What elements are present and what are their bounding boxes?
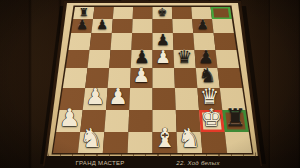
- piece-black-rook-h2[interactable]: ♜: [224, 106, 246, 130]
- piece-black-rook-a8[interactable]: ♜: [79, 7, 89, 18]
- piece-white-pawn-d4[interactable]: ♟: [133, 66, 151, 86]
- piece-black-pawn-b7[interactable]: ♟: [96, 18, 108, 31]
- piece-white-pawn-e5[interactable]: ♟: [155, 49, 171, 67]
- table-background: ♜♚♟♟♟♟♟♟♛♟♟♞♟♟♛♟♚♜♞♝♞ ГРАНД МАСТЕР 22. Х…: [0, 0, 300, 168]
- move-indicator-label: 22. Ход белых: [156, 159, 240, 167]
- chess-board: ♜♚♟♟♟♟♟♟♛♟♟♞♟♟♛♟♚♜♞♝♞: [0, 0, 300, 168]
- piece-white-king-g2[interactable]: ♚: [201, 106, 223, 130]
- piece-black-queen-f5[interactable]: ♛: [177, 49, 193, 67]
- piece-black-king-e8[interactable]: ♚: [157, 7, 167, 18]
- piece-black-pawn-g7[interactable]: ♟: [197, 18, 209, 31]
- piece-black-pawn-a7[interactable]: ♟: [76, 18, 88, 31]
- opponent-level-label: ГРАНД МАСТЕР: [58, 159, 142, 167]
- piece-white-bishop-e1[interactable]: ♝: [153, 125, 177, 151]
- piece-white-pawn-c3[interactable]: ♟: [108, 86, 128, 108]
- piece-white-pawn-a2[interactable]: ♟: [59, 106, 81, 130]
- piece-white-knight-b1[interactable]: ♞: [79, 125, 103, 151]
- piece-white-pawn-b3[interactable]: ♟: [86, 86, 106, 108]
- piece-white-knight-f1[interactable]: ♞: [177, 125, 201, 151]
